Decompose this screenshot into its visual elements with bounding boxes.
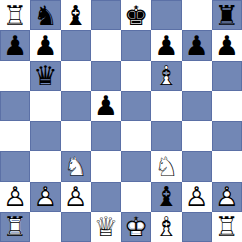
piece-black-king[interactable]: ♚ bbox=[121, 0, 151, 30]
square-g3[interactable] bbox=[182, 151, 212, 181]
piece-white-knight[interactable]: ♞♘ bbox=[151, 151, 181, 181]
piece-fill-layer: ♝ bbox=[151, 212, 181, 242]
square-f5[interactable] bbox=[151, 91, 181, 121]
piece-glyph: ♗ bbox=[151, 61, 181, 91]
square-b7[interactable]: ♟ bbox=[30, 30, 60, 60]
piece-white-knight[interactable]: ♞♘ bbox=[61, 151, 91, 181]
square-c3[interactable]: ♞♘ bbox=[61, 151, 91, 181]
piece-black-queen[interactable]: ♛ bbox=[30, 61, 60, 91]
piece-fill-layer: ♞ bbox=[61, 151, 91, 181]
piece-glyph: ♟ bbox=[182, 30, 212, 60]
piece-white-king[interactable]: ♚♔ bbox=[121, 212, 151, 242]
square-d5[interactable]: ♟ bbox=[91, 91, 121, 121]
piece-white-pawn[interactable]: ♟♙ bbox=[182, 182, 212, 212]
square-g4[interactable] bbox=[182, 121, 212, 151]
chess-board: ♜♖♞♝♚♜♟♟♟♟♟♛♝♗♟♞♘♞♘♟♙♟♙♟♙♝♟♙♟♙♜♖♛♕♚♔♝♗♜♖ bbox=[0, 0, 242, 242]
piece-black-bishop[interactable]: ♝ bbox=[61, 0, 91, 30]
square-h7[interactable]: ♟ bbox=[212, 30, 242, 60]
square-a6[interactable] bbox=[0, 61, 30, 91]
piece-black-knight[interactable]: ♞ bbox=[30, 0, 60, 30]
chess-board-wrap: ♜♖♞♝♚♜♟♟♟♟♟♛♝♗♟♞♘♞♘♟♙♟♙♟♙♝♟♙♟♙♜♖♛♕♚♔♝♗♜♖ bbox=[0, 0, 242, 242]
piece-fill-layer: ♟ bbox=[0, 182, 30, 212]
piece-glyph: ♔ bbox=[121, 212, 151, 242]
piece-glyph: ♖ bbox=[0, 0, 30, 30]
square-g5[interactable] bbox=[182, 91, 212, 121]
square-h5[interactable] bbox=[212, 91, 242, 121]
square-f7[interactable]: ♟ bbox=[151, 30, 181, 60]
piece-white-rook[interactable]: ♜♖ bbox=[212, 212, 242, 242]
piece-white-rook[interactable]: ♜♖ bbox=[0, 212, 30, 242]
square-f4[interactable] bbox=[151, 121, 181, 151]
piece-fill-layer: ♞ bbox=[151, 151, 181, 181]
square-c1[interactable] bbox=[61, 212, 91, 242]
piece-glyph: ♙ bbox=[182, 182, 212, 212]
square-a4[interactable] bbox=[0, 121, 30, 151]
piece-black-pawn[interactable]: ♟ bbox=[182, 30, 212, 60]
square-d1[interactable]: ♛♕ bbox=[91, 212, 121, 242]
piece-fill-layer: ♜ bbox=[0, 0, 30, 30]
square-e1[interactable]: ♚♔ bbox=[121, 212, 151, 242]
square-b1[interactable] bbox=[30, 212, 60, 242]
piece-fill-layer: ♛ bbox=[91, 212, 121, 242]
square-d8[interactable] bbox=[91, 0, 121, 30]
square-f3[interactable]: ♞♘ bbox=[151, 151, 181, 181]
piece-fill-layer: ♟ bbox=[182, 182, 212, 212]
piece-glyph: ♚ bbox=[121, 0, 151, 30]
piece-glyph: ♖ bbox=[212, 212, 242, 242]
square-g1[interactable] bbox=[182, 212, 212, 242]
piece-glyph: ♛ bbox=[30, 61, 60, 91]
piece-black-pawn[interactable]: ♟ bbox=[212, 30, 242, 60]
square-h8[interactable]: ♜ bbox=[212, 0, 242, 30]
square-b5[interactable] bbox=[30, 91, 60, 121]
piece-glyph: ♝ bbox=[61, 0, 91, 30]
piece-glyph: ♘ bbox=[151, 151, 181, 181]
piece-fill-layer: ♟ bbox=[61, 182, 91, 212]
piece-glyph: ♗ bbox=[151, 212, 181, 242]
square-b2[interactable]: ♟♙ bbox=[30, 182, 60, 212]
square-g8[interactable] bbox=[182, 0, 212, 30]
square-b3[interactable] bbox=[30, 151, 60, 181]
piece-white-bishop[interactable]: ♝♗ bbox=[151, 212, 181, 242]
piece-black-pawn[interactable]: ♟ bbox=[30, 30, 60, 60]
square-h4[interactable] bbox=[212, 121, 242, 151]
piece-fill-layer: ♟ bbox=[30, 182, 60, 212]
square-a2[interactable]: ♟♙ bbox=[0, 182, 30, 212]
square-h3[interactable] bbox=[212, 151, 242, 181]
piece-glyph: ♘ bbox=[61, 151, 91, 181]
square-g7[interactable]: ♟ bbox=[182, 30, 212, 60]
square-e4[interactable] bbox=[121, 121, 151, 151]
square-d2[interactable] bbox=[91, 182, 121, 212]
square-c5[interactable] bbox=[61, 91, 91, 121]
piece-black-bishop[interactable]: ♝ bbox=[151, 182, 181, 212]
square-e2[interactable] bbox=[121, 182, 151, 212]
piece-fill-layer: ♝ bbox=[151, 61, 181, 91]
square-d6[interactable] bbox=[91, 61, 121, 91]
square-f2[interactable]: ♝ bbox=[151, 182, 181, 212]
square-a5[interactable] bbox=[0, 91, 30, 121]
square-b6[interactable]: ♛ bbox=[30, 61, 60, 91]
square-d3[interactable] bbox=[91, 151, 121, 181]
piece-glyph: ♟ bbox=[212, 30, 242, 60]
piece-fill-layer: ♟ bbox=[212, 182, 242, 212]
square-e7[interactable] bbox=[121, 30, 151, 60]
piece-glyph: ♜ bbox=[212, 0, 242, 30]
piece-glyph: ♟ bbox=[0, 30, 30, 60]
square-d7[interactable] bbox=[91, 30, 121, 60]
piece-white-pawn[interactable]: ♟♙ bbox=[0, 182, 30, 212]
piece-white-rook[interactable]: ♜♖ bbox=[0, 0, 30, 30]
square-h2[interactable]: ♟♙ bbox=[212, 182, 242, 212]
piece-fill-layer: ♜ bbox=[0, 212, 30, 242]
piece-glyph: ♕ bbox=[91, 212, 121, 242]
piece-glyph: ♝ bbox=[151, 182, 181, 212]
square-c4[interactable] bbox=[61, 121, 91, 151]
square-b8[interactable]: ♞ bbox=[30, 0, 60, 30]
piece-white-pawn[interactable]: ♟♙ bbox=[212, 182, 242, 212]
square-h6[interactable] bbox=[212, 61, 242, 91]
square-c7[interactable] bbox=[61, 30, 91, 60]
piece-glyph: ♖ bbox=[0, 212, 30, 242]
square-g2[interactable]: ♟♙ bbox=[182, 182, 212, 212]
square-c2[interactable]: ♟♙ bbox=[61, 182, 91, 212]
piece-black-pawn[interactable]: ♟ bbox=[151, 30, 181, 60]
piece-white-pawn[interactable]: ♟♙ bbox=[30, 182, 60, 212]
square-d4[interactable] bbox=[91, 121, 121, 151]
piece-black-pawn[interactable]: ♟ bbox=[91, 91, 121, 121]
piece-fill-layer: ♚ bbox=[121, 212, 151, 242]
square-c8[interactable]: ♝ bbox=[61, 0, 91, 30]
piece-glyph: ♙ bbox=[30, 182, 60, 212]
square-e3[interactable] bbox=[121, 151, 151, 181]
square-a1[interactable]: ♜♖ bbox=[0, 212, 30, 242]
piece-glyph: ♙ bbox=[0, 182, 30, 212]
square-b4[interactable] bbox=[30, 121, 60, 151]
piece-glyph: ♞ bbox=[30, 0, 60, 30]
piece-glyph: ♟ bbox=[30, 30, 60, 60]
square-a7[interactable]: ♟ bbox=[0, 30, 30, 60]
square-f8[interactable] bbox=[151, 0, 181, 30]
square-e8[interactable]: ♚ bbox=[121, 0, 151, 30]
piece-glyph: ♟ bbox=[91, 91, 121, 121]
piece-black-rook[interactable]: ♜ bbox=[212, 0, 242, 30]
piece-glyph: ♙ bbox=[61, 182, 91, 212]
piece-glyph: ♟ bbox=[151, 30, 181, 60]
piece-white-pawn[interactable]: ♟♙ bbox=[61, 182, 91, 212]
piece-glyph: ♙ bbox=[212, 182, 242, 212]
square-e6[interactable] bbox=[121, 61, 151, 91]
square-e5[interactable] bbox=[121, 91, 151, 121]
piece-fill-layer: ♜ bbox=[212, 212, 242, 242]
square-g6[interactable] bbox=[182, 61, 212, 91]
piece-white-bishop[interactable]: ♝♗ bbox=[151, 61, 181, 91]
square-f1[interactable]: ♝♗ bbox=[151, 212, 181, 242]
square-c6[interactable] bbox=[61, 61, 91, 91]
square-f6[interactable]: ♝♗ bbox=[151, 61, 181, 91]
square-a3[interactable] bbox=[0, 151, 30, 181]
piece-black-pawn[interactable]: ♟ bbox=[0, 30, 30, 60]
square-a8[interactable]: ♜♖ bbox=[0, 0, 30, 30]
piece-white-queen[interactable]: ♛♕ bbox=[91, 212, 121, 242]
square-h1[interactable]: ♜♖ bbox=[212, 212, 242, 242]
